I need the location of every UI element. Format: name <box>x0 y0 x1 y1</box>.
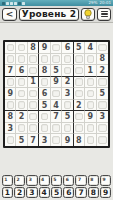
cell-r4c9[interactable] <box>97 77 108 89</box>
cell-r8c6[interactable] <box>62 123 73 135</box>
empty-cell-bevel <box>87 78 94 86</box>
cell-r4c2[interactable] <box>16 77 27 89</box>
given-digit: 1 <box>88 66 94 75</box>
cell-r4c1[interactable] <box>5 77 16 89</box>
cell-r2c9[interactable]: 8 <box>97 54 108 66</box>
sudoku-board: 8965487685121929635542827593357398 <box>3 40 110 148</box>
cell-r6c4[interactable]: 5 <box>39 100 50 112</box>
empty-cell-bevel <box>7 44 14 52</box>
empty-cell-bevel <box>87 90 94 98</box>
empty-cell-bevel <box>52 44 59 52</box>
cell-r5c5[interactable] <box>51 88 62 100</box>
notification-icon <box>10 2 13 5</box>
cell-r6c5[interactable]: 4 <box>51 100 62 112</box>
cell-r3c7[interactable] <box>74 65 85 77</box>
cell-r3c1[interactable]: 7 <box>5 65 16 77</box>
given-digit: 9 <box>7 89 13 98</box>
cell-r7c2[interactable]: 2 <box>16 111 27 123</box>
pencil-button-5[interactable]: 5 <box>51 175 62 186</box>
cell-r6c8[interactable] <box>85 100 96 112</box>
cell-r2c2[interactable] <box>16 54 27 66</box>
cell-r6c6[interactable] <box>62 100 73 112</box>
notification-icon <box>6 2 9 5</box>
given-digit: 4 <box>88 43 94 52</box>
cell-r6c3[interactable] <box>28 100 39 112</box>
pencil-digit-label: 6 <box>66 177 69 182</box>
cell-r4c6[interactable]: 2 <box>62 77 73 89</box>
empty-cell-bevel <box>18 101 25 109</box>
number-digit-label: 5 <box>54 188 59 197</box>
cell-r2c1[interactable] <box>5 54 16 66</box>
given-digit: 3 <box>99 112 105 121</box>
number-digit-label: 4 <box>42 188 47 197</box>
cell-r8c9[interactable] <box>97 123 108 135</box>
given-digit: 5 <box>42 101 48 110</box>
cell-r8c1[interactable]: 3 <box>5 123 16 135</box>
cell-r6c9[interactable] <box>97 100 108 112</box>
given-digit: 4 <box>53 101 59 110</box>
empty-cell-bevel <box>87 55 94 63</box>
lightbulb-icon <box>83 5 93 24</box>
cell-r7c4[interactable] <box>39 111 50 123</box>
notification-icon <box>18 2 21 5</box>
cell-r1c3[interactable]: 8 <box>28 42 39 54</box>
given-digit: 6 <box>42 89 48 98</box>
empty-cell-bevel <box>29 124 36 132</box>
empty-cell-bevel <box>7 136 14 145</box>
empty-cell-bevel <box>64 124 71 132</box>
cell-r5c4[interactable]: 6 <box>39 88 50 100</box>
clock: 20:01 <box>99 0 111 6</box>
empty-cell-bevel <box>52 90 59 98</box>
empty-cell-bevel <box>41 113 48 121</box>
empty-cell-bevel <box>41 78 48 86</box>
given-digit: 8 <box>99 54 105 63</box>
number-digit-label: 8 <box>91 188 96 197</box>
empty-cell-bevel <box>18 90 25 98</box>
empty-cell-bevel <box>98 101 106 109</box>
cell-r8c3[interactable] <box>28 123 39 135</box>
cell-r9c8[interactable] <box>85 134 96 146</box>
empty-cell-bevel <box>29 101 36 109</box>
cell-r9c5[interactable] <box>51 134 62 146</box>
empty-cell-bevel <box>52 136 59 145</box>
sudoku-app: 29% 20:01 < Уровень 2 896548768512192963… <box>0 0 113 200</box>
cell-r5c3[interactable] <box>28 88 39 100</box>
cell-r2c7[interactable] <box>74 54 85 66</box>
cell-r7c3[interactable] <box>28 111 39 123</box>
hint-button[interactable] <box>81 8 95 21</box>
title-bar: < Уровень 2 <box>0 6 113 23</box>
pencil-button-7[interactable]: 7 <box>75 175 86 186</box>
cell-r8c4[interactable] <box>39 123 50 135</box>
cell-r3c4[interactable]: 8 <box>39 65 50 77</box>
given-digit: 1 <box>30 77 36 86</box>
empty-cell-bevel <box>29 55 36 63</box>
given-digit: 7 <box>7 66 13 75</box>
cell-r1c5[interactable] <box>51 42 62 54</box>
cell-r4c7[interactable] <box>74 77 85 89</box>
cell-r7c9[interactable]: 3 <box>97 111 108 123</box>
cell-r1c9[interactable] <box>97 42 108 54</box>
cell-r4c8[interactable] <box>85 77 96 89</box>
cell-r3c8[interactable]: 1 <box>85 65 96 77</box>
given-digit: 6 <box>19 66 25 75</box>
empty-cell-bevel <box>75 124 82 132</box>
given-digit: 9 <box>65 136 71 145</box>
number-digit-label: 7 <box>78 188 83 197</box>
cell-r2c6[interactable] <box>62 54 73 66</box>
level-title-button[interactable]: Уровень 2 <box>19 8 79 21</box>
empty-cell-bevel <box>7 55 14 63</box>
pencil-button-2[interactable]: 2 <box>14 175 25 186</box>
cell-r7c8[interactable]: 9 <box>85 111 96 123</box>
cell-r1c8[interactable]: 4 <box>85 42 96 54</box>
given-digit: 2 <box>76 101 82 110</box>
empty-cell-bevel <box>7 101 14 109</box>
pencil-button-1[interactable]: 1 <box>2 175 13 186</box>
given-digit: 8 <box>42 66 48 75</box>
given-digit: 8 <box>7 112 13 121</box>
pencil-digit-label: 8 <box>90 177 93 182</box>
cell-r8c8[interactable] <box>85 123 96 135</box>
cell-r4c3[interactable]: 1 <box>28 77 39 89</box>
given-digit: 5 <box>99 89 105 98</box>
cell-r9c3[interactable]: 7 <box>28 134 39 146</box>
number-button-3[interactable]: 3 <box>26 187 37 198</box>
pencil-digit-label: 5 <box>53 177 56 182</box>
cell-r1c1[interactable] <box>5 42 16 54</box>
empty-cell-bevel <box>64 55 71 63</box>
empty-cell-bevel <box>29 67 36 75</box>
empty-cell-bevel <box>64 101 71 109</box>
pencil-button-6[interactable]: 6 <box>63 175 74 186</box>
empty-cell-bevel <box>41 124 48 132</box>
number-button-4[interactable]: 4 <box>39 187 50 198</box>
given-digit: 3 <box>42 136 48 145</box>
cell-r5c8[interactable] <box>85 88 96 100</box>
pencil-button-8[interactable]: 8 <box>88 175 99 186</box>
empty-cell-bevel <box>29 90 36 98</box>
empty-cell-bevel <box>75 113 82 121</box>
cell-r9c7[interactable]: 8 <box>74 134 85 146</box>
cell-r5c7[interactable] <box>74 88 85 100</box>
number-button-8[interactable]: 8 <box>88 187 99 198</box>
pencil-button-9[interactable]: 9 <box>100 175 111 186</box>
notification-icon <box>22 2 25 5</box>
cell-r9c2[interactable]: 5 <box>16 134 27 146</box>
empty-cell-bevel <box>29 113 36 121</box>
cell-r1c2[interactable] <box>16 42 27 54</box>
empty-cell-bevel <box>98 124 106 132</box>
given-digit: 8 <box>30 43 36 52</box>
cell-r3c3[interactable] <box>28 65 39 77</box>
empty-cell-bevel <box>41 55 48 63</box>
empty-cell-bevel <box>87 101 94 109</box>
cell-r2c8[interactable] <box>85 54 96 66</box>
number-button-5[interactable]: 5 <box>51 187 62 198</box>
given-digit: 3 <box>65 89 71 98</box>
empty-cell-bevel <box>75 78 82 86</box>
empty-cell-bevel <box>7 78 14 86</box>
cell-r8c5[interactable] <box>51 123 62 135</box>
number-digit-label: 9 <box>103 188 108 197</box>
cell-r7c5[interactable]: 7 <box>51 111 62 123</box>
cell-r8c7[interactable] <box>74 123 85 135</box>
empty-cell-bevel <box>98 44 106 52</box>
number-digit-label: 6 <box>66 188 71 197</box>
cell-r6c2[interactable] <box>16 100 27 112</box>
empty-cell-bevel <box>87 124 94 132</box>
cell-r4c4[interactable] <box>39 77 50 89</box>
empty-cell-bevel <box>18 78 25 86</box>
number-digit-label: 3 <box>29 188 34 197</box>
given-digit: 5 <box>65 112 71 121</box>
back-button[interactable]: < <box>2 8 17 21</box>
cell-r2c4[interactable] <box>39 54 50 66</box>
given-digit: 9 <box>88 112 94 121</box>
empty-cell-bevel <box>75 55 82 63</box>
cell-r3c2[interactable]: 6 <box>16 65 27 77</box>
given-digit: 7 <box>53 112 59 121</box>
given-digit: 6 <box>65 43 71 52</box>
cell-r6c1[interactable] <box>5 100 16 112</box>
empty-cell-bevel <box>75 67 82 75</box>
cell-r7c7[interactable] <box>74 111 85 123</box>
cell-r8c2[interactable] <box>16 123 27 135</box>
cell-r9c6[interactable]: 9 <box>62 134 73 146</box>
pencil-digit-label: 1 <box>4 177 7 182</box>
given-digit: 5 <box>19 136 25 145</box>
pencil-digit-label: 4 <box>41 177 44 182</box>
given-digit: 2 <box>65 77 71 86</box>
empty-cell-bevel <box>52 55 59 63</box>
cell-r1c7[interactable]: 5 <box>74 42 85 54</box>
cell-r5c2[interactable] <box>16 88 27 100</box>
level-title: Уровень 2 <box>22 9 76 19</box>
number-button-7[interactable]: 7 <box>75 187 86 198</box>
cell-r2c3[interactable] <box>28 54 39 66</box>
given-digit: 9 <box>53 77 59 86</box>
number-keypad: 123456789 <box>1 187 112 198</box>
cell-r1c6[interactable]: 6 <box>62 42 73 54</box>
given-digit: 2 <box>99 66 105 75</box>
empty-cell-bevel <box>64 67 71 75</box>
given-digit: 5 <box>76 43 82 52</box>
menu-button[interactable] <box>97 8 111 21</box>
cell-r9c9[interactable] <box>97 134 108 146</box>
cell-r2c5[interactable] <box>51 54 62 66</box>
cell-r3c5[interactable]: 5 <box>51 65 62 77</box>
empty-cell-bevel <box>98 136 106 145</box>
empty-cell-bevel <box>98 78 106 86</box>
cell-r5c6[interactable]: 3 <box>62 88 73 100</box>
cell-r5c9[interactable]: 5 <box>97 88 108 100</box>
given-digit: 9 <box>42 43 48 52</box>
notification-icon <box>14 2 17 5</box>
cell-r9c1[interactable] <box>5 134 16 146</box>
pencil-digit-label: 3 <box>29 177 32 182</box>
pencil-mark-keypad: 123456789 <box>1 175 112 186</box>
empty-cell-bevel <box>87 136 94 145</box>
number-button-1[interactable]: 1 <box>2 187 13 198</box>
number-button-6[interactable]: 6 <box>63 187 74 198</box>
empty-cell-bevel <box>18 55 25 63</box>
pencil-digit-label: 7 <box>78 177 81 182</box>
pencil-button-4[interactable]: 4 <box>39 175 50 186</box>
given-digit: 7 <box>30 136 36 145</box>
back-chevron-icon: < <box>6 9 14 19</box>
number-button-9[interactable]: 9 <box>100 187 111 198</box>
empty-cell-bevel <box>18 44 25 52</box>
cell-r5c1[interactable]: 9 <box>5 88 16 100</box>
hamburger-icon <box>101 11 108 17</box>
cell-r1c4[interactable]: 9 <box>39 42 50 54</box>
pencil-digit-label: 9 <box>103 177 106 182</box>
cell-r9c4[interactable]: 3 <box>39 134 50 146</box>
given-digit: 2 <box>19 112 25 121</box>
number-digit-label: 2 <box>17 188 22 197</box>
number-digit-label: 1 <box>5 188 10 197</box>
cell-r4c5[interactable]: 9 <box>51 77 62 89</box>
app-notification-icon <box>2 2 5 5</box>
empty-cell-bevel <box>52 124 59 132</box>
cell-r7c6[interactable]: 5 <box>62 111 73 123</box>
cell-r7c1[interactable]: 8 <box>5 111 16 123</box>
given-digit: 5 <box>53 66 59 75</box>
empty-cell-bevel <box>18 124 25 132</box>
cell-r3c6[interactable] <box>62 65 73 77</box>
cell-r6c7[interactable]: 2 <box>74 100 85 112</box>
empty-cell-bevel <box>75 90 82 98</box>
cell-r3c9[interactable]: 2 <box>97 65 108 77</box>
pencil-digit-label: 2 <box>16 177 19 182</box>
notification-icons <box>2 2 25 5</box>
given-digit: 3 <box>7 124 13 133</box>
number-button-2[interactable]: 2 <box>14 187 25 198</box>
given-digit: 8 <box>76 136 82 145</box>
pencil-button-3[interactable]: 3 <box>26 175 37 186</box>
